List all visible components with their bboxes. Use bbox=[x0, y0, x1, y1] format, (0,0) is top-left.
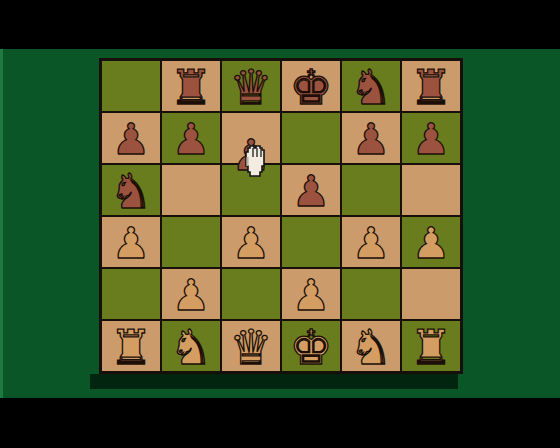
white-pawn[interactable]: ♟ bbox=[112, 222, 151, 265]
square-a4[interactable]: ♞ bbox=[101, 164, 161, 216]
white-knight[interactable]: ♞ bbox=[349, 323, 392, 371]
square-a5[interactable]: ♟ bbox=[101, 112, 161, 164]
square-d3[interactable] bbox=[281, 216, 341, 268]
white-pawn[interactable]: ♟ bbox=[352, 222, 391, 265]
square-f4[interactable] bbox=[401, 164, 461, 216]
black-pawn[interactable]: ♟ bbox=[352, 118, 391, 161]
square-f1[interactable]: ♜ bbox=[401, 320, 461, 372]
black-knight[interactable]: ♞ bbox=[109, 167, 152, 215]
square-e1[interactable]: ♞ bbox=[341, 320, 401, 372]
square-c2[interactable] bbox=[221, 268, 281, 320]
white-pawn[interactable]: ♟ bbox=[232, 222, 271, 265]
black-pawn[interactable]: ♟ bbox=[292, 170, 331, 213]
square-e5[interactable]: ♟ bbox=[341, 112, 401, 164]
black-pawn[interactable]: ♟ bbox=[412, 118, 451, 161]
black-king[interactable]: ♚ bbox=[289, 63, 332, 111]
white-pawn[interactable]: ♟ bbox=[412, 222, 451, 265]
square-b5[interactable]: ♟ bbox=[161, 112, 221, 164]
square-e2[interactable] bbox=[341, 268, 401, 320]
square-b1[interactable]: ♞ bbox=[161, 320, 221, 372]
hand-grab-cursor bbox=[242, 144, 269, 178]
white-pawn[interactable]: ♟ bbox=[172, 274, 211, 317]
white-rook[interactable]: ♜ bbox=[409, 323, 452, 371]
black-rook[interactable]: ♜ bbox=[409, 63, 452, 111]
square-c3[interactable]: ♟ bbox=[221, 216, 281, 268]
square-c6[interactable]: ♛ bbox=[221, 60, 281, 112]
square-e4[interactable] bbox=[341, 164, 401, 216]
board-drop-shadow bbox=[90, 374, 458, 389]
square-e3[interactable]: ♟ bbox=[341, 216, 401, 268]
square-a1[interactable]: ♜ bbox=[101, 320, 161, 372]
white-rook[interactable]: ♜ bbox=[109, 323, 152, 371]
square-c1[interactable]: ♛ bbox=[221, 320, 281, 372]
square-f5[interactable]: ♟ bbox=[401, 112, 461, 164]
white-knight[interactable]: ♞ bbox=[169, 323, 212, 371]
square-b2[interactable]: ♟ bbox=[161, 268, 221, 320]
square-a3[interactable]: ♟ bbox=[101, 216, 161, 268]
square-d6[interactable]: ♚ bbox=[281, 60, 341, 112]
white-queen[interactable]: ♛ bbox=[229, 323, 272, 371]
square-f3[interactable]: ♟ bbox=[401, 216, 461, 268]
black-knight[interactable]: ♞ bbox=[349, 63, 392, 111]
white-pawn[interactable]: ♟ bbox=[292, 274, 331, 317]
square-d5[interactable] bbox=[281, 112, 341, 164]
square-a2[interactable] bbox=[101, 268, 161, 320]
black-rook[interactable]: ♜ bbox=[169, 63, 212, 111]
square-a6[interactable] bbox=[101, 60, 161, 112]
square-b4[interactable] bbox=[161, 164, 221, 216]
black-pawn[interactable]: ♟ bbox=[112, 118, 151, 161]
square-d4[interactable]: ♟ bbox=[281, 164, 341, 216]
square-b3[interactable] bbox=[161, 216, 221, 268]
black-pawn[interactable]: ♟ bbox=[172, 118, 211, 161]
white-king[interactable]: ♚ bbox=[289, 323, 332, 371]
square-f2[interactable] bbox=[401, 268, 461, 320]
square-e6[interactable]: ♞ bbox=[341, 60, 401, 112]
square-b6[interactable]: ♜ bbox=[161, 60, 221, 112]
chess-board: ♜♛♚♞♜♟♟♟♟♞♟♟♟♟♟♟♟♜♞♛♚♞♜♟ bbox=[99, 58, 463, 374]
square-f6[interactable]: ♜ bbox=[401, 60, 461, 112]
square-d2[interactable]: ♟ bbox=[281, 268, 341, 320]
square-d1[interactable]: ♚ bbox=[281, 320, 341, 372]
black-queen[interactable]: ♛ bbox=[229, 63, 272, 111]
